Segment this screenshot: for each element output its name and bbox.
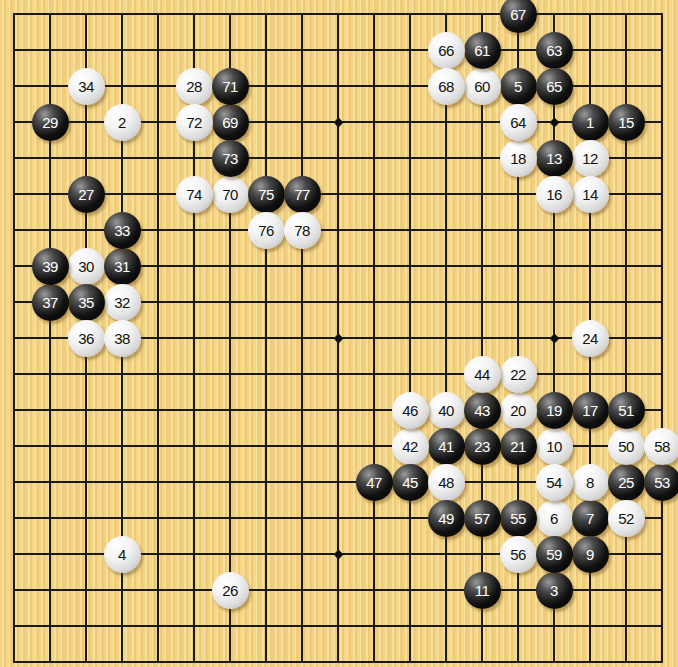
stone-black-29[interactable]: 29 [32, 104, 69, 141]
stone-black-59[interactable]: 59 [536, 536, 573, 573]
stone-black-51[interactable]: 51 [608, 392, 645, 429]
move-number: 48 [438, 475, 454, 490]
move-number: 44 [474, 367, 490, 382]
stone-white-8[interactable]: 8 [572, 464, 609, 501]
move-number: 6 [550, 511, 558, 526]
move-number: 8 [586, 475, 594, 490]
move-number: 5 [514, 79, 522, 94]
move-number: 73 [222, 151, 238, 166]
move-number: 45 [402, 475, 418, 490]
stone-black-57[interactable]: 57 [464, 500, 501, 537]
stone-white-30[interactable]: 30 [68, 248, 105, 285]
move-number: 10 [546, 439, 562, 454]
move-number: 24 [582, 331, 598, 346]
move-number: 1 [586, 115, 594, 130]
stone-white-64[interactable]: 64 [500, 104, 537, 141]
move-number: 67 [510, 7, 526, 22]
stone-black-33[interactable]: 33 [104, 212, 141, 249]
move-number: 33 [114, 223, 130, 238]
stone-black-63[interactable]: 63 [536, 32, 573, 69]
move-number: 54 [546, 475, 562, 490]
stone-black-19[interactable]: 19 [536, 392, 573, 429]
stone-white-58[interactable]: 58 [644, 428, 678, 465]
stone-black-15[interactable]: 15 [608, 104, 645, 141]
stone-white-34[interactable]: 34 [68, 68, 105, 105]
go-board[interactable]: 1234567891011121314151617181920212223242… [0, 0, 678, 667]
star-point-icon [333, 117, 343, 127]
stone-white-4[interactable]: 4 [104, 536, 141, 573]
move-number: 51 [618, 403, 634, 418]
stone-white-52[interactable]: 52 [608, 500, 645, 537]
move-number: 7 [586, 511, 594, 526]
move-number: 35 [78, 295, 94, 310]
stone-black-45[interactable]: 45 [392, 464, 429, 501]
stone-white-50[interactable]: 50 [608, 428, 645, 465]
stone-black-49[interactable]: 49 [428, 500, 465, 537]
stone-black-37[interactable]: 37 [32, 284, 69, 321]
move-number: 57 [474, 511, 490, 526]
stone-black-27[interactable]: 27 [68, 176, 105, 213]
stone-black-11[interactable]: 11 [464, 572, 501, 609]
stone-white-48[interactable]: 48 [428, 464, 465, 501]
grid-line-vertical [481, 13, 483, 663]
stone-white-6[interactable]: 6 [536, 500, 573, 537]
move-number: 3 [550, 583, 558, 598]
move-number: 37 [42, 295, 58, 310]
move-number: 42 [402, 439, 418, 454]
move-number: 53 [654, 475, 670, 490]
grid-line-vertical [373, 13, 375, 663]
stone-white-76[interactable]: 76 [248, 212, 285, 249]
move-number: 46 [402, 403, 418, 418]
stone-black-39[interactable]: 39 [32, 248, 69, 285]
stone-black-31[interactable]: 31 [104, 248, 141, 285]
move-number: 22 [510, 367, 526, 382]
stone-white-20[interactable]: 20 [500, 392, 537, 429]
move-number: 20 [510, 403, 526, 418]
move-number: 23 [474, 439, 490, 454]
stone-white-46[interactable]: 46 [392, 392, 429, 429]
move-number: 26 [222, 583, 238, 598]
move-number: 61 [474, 43, 490, 58]
stone-white-22[interactable]: 22 [500, 356, 537, 393]
stone-white-28[interactable]: 28 [176, 68, 213, 105]
stone-black-47[interactable]: 47 [356, 464, 393, 501]
move-number: 65 [546, 79, 562, 94]
stone-black-69[interactable]: 69 [212, 104, 249, 141]
move-number: 64 [510, 115, 526, 130]
stone-white-12[interactable]: 12 [572, 140, 609, 177]
move-number: 49 [438, 511, 454, 526]
move-number: 34 [78, 79, 94, 94]
stone-white-74[interactable]: 74 [176, 176, 213, 213]
stone-white-36[interactable]: 36 [68, 320, 105, 357]
stone-white-66[interactable]: 66 [428, 32, 465, 69]
stone-white-2[interactable]: 2 [104, 104, 141, 141]
stone-black-53[interactable]: 53 [644, 464, 678, 501]
move-number: 2 [118, 115, 126, 130]
stone-black-3[interactable]: 3 [536, 572, 573, 609]
stone-black-65[interactable]: 65 [536, 68, 573, 105]
star-point-icon [333, 333, 343, 343]
move-number: 59 [546, 547, 562, 562]
stone-black-23[interactable]: 23 [464, 428, 501, 465]
move-number: 55 [510, 511, 526, 526]
move-number: 28 [186, 79, 202, 94]
move-number: 15 [618, 115, 634, 130]
stone-black-5[interactable]: 5 [500, 68, 537, 105]
move-number: 68 [438, 79, 454, 94]
stone-white-10[interactable]: 10 [536, 428, 573, 465]
stone-black-67[interactable]: 67 [500, 0, 537, 33]
move-number: 60 [474, 79, 490, 94]
stone-black-13[interactable]: 13 [536, 140, 573, 177]
stone-white-18[interactable]: 18 [500, 140, 537, 177]
star-point-icon [333, 549, 343, 559]
move-number: 63 [546, 43, 562, 58]
move-number: 75 [258, 187, 274, 202]
move-number: 76 [258, 223, 274, 238]
move-number: 21 [510, 439, 526, 454]
move-number: 69 [222, 115, 238, 130]
move-number: 32 [114, 295, 130, 310]
move-number: 30 [78, 259, 94, 274]
stone-white-38[interactable]: 38 [104, 320, 141, 357]
stone-black-25[interactable]: 25 [608, 464, 645, 501]
stone-white-40[interactable]: 40 [428, 392, 465, 429]
move-number: 27 [78, 187, 94, 202]
move-number: 52 [618, 511, 634, 526]
stone-black-75[interactable]: 75 [248, 176, 285, 213]
stone-black-43[interactable]: 43 [464, 392, 501, 429]
move-number: 58 [654, 439, 670, 454]
stone-black-35[interactable]: 35 [68, 284, 105, 321]
move-number: 4 [118, 547, 126, 562]
stone-white-32[interactable]: 32 [104, 284, 141, 321]
move-number: 43 [474, 403, 490, 418]
stone-white-14[interactable]: 14 [572, 176, 609, 213]
stone-black-77[interactable]: 77 [284, 176, 321, 213]
move-number: 31 [114, 259, 130, 274]
move-number: 29 [42, 115, 58, 130]
stone-black-9[interactable]: 9 [572, 536, 609, 573]
move-number: 19 [546, 403, 562, 418]
stone-white-16[interactable]: 16 [536, 176, 573, 213]
move-number: 25 [618, 475, 634, 490]
move-number: 16 [546, 187, 562, 202]
move-number: 40 [438, 403, 454, 418]
stone-white-42[interactable]: 42 [392, 428, 429, 465]
stone-black-17[interactable]: 17 [572, 392, 609, 429]
stone-white-70[interactable]: 70 [212, 176, 249, 213]
stone-black-1[interactable]: 1 [572, 104, 609, 141]
grid-line-horizontal [13, 625, 663, 627]
stone-black-21[interactable]: 21 [500, 428, 537, 465]
move-number: 14 [582, 187, 598, 202]
grid-line-vertical [661, 13, 663, 663]
stone-white-56[interactable]: 56 [500, 536, 537, 573]
move-number: 9 [586, 547, 594, 562]
move-number: 12 [582, 151, 598, 166]
stone-white-24[interactable]: 24 [572, 320, 609, 357]
grid-line-vertical [445, 13, 447, 663]
stone-white-78[interactable]: 78 [284, 212, 321, 249]
grid-line-horizontal [13, 661, 663, 663]
move-number: 71 [222, 79, 238, 94]
stone-white-54[interactable]: 54 [536, 464, 573, 501]
move-number: 77 [294, 187, 310, 202]
move-number: 36 [78, 331, 94, 346]
move-number: 66 [438, 43, 454, 58]
move-number: 11 [475, 583, 490, 598]
move-number: 70 [222, 187, 238, 202]
stone-black-61[interactable]: 61 [464, 32, 501, 69]
stone-white-72[interactable]: 72 [176, 104, 213, 141]
stone-black-41[interactable]: 41 [428, 428, 465, 465]
stone-white-68[interactable]: 68 [428, 68, 465, 105]
stone-white-60[interactable]: 60 [464, 68, 501, 105]
stone-black-71[interactable]: 71 [212, 68, 249, 105]
move-number: 72 [186, 115, 202, 130]
stone-white-26[interactable]: 26 [212, 572, 249, 609]
move-number: 47 [366, 475, 382, 490]
move-number: 18 [510, 151, 526, 166]
move-number: 78 [294, 223, 310, 238]
stone-black-7[interactable]: 7 [572, 500, 609, 537]
move-number: 41 [438, 439, 454, 454]
stone-black-73[interactable]: 73 [212, 140, 249, 177]
move-number: 38 [114, 331, 130, 346]
move-number: 74 [186, 187, 202, 202]
move-number: 17 [582, 403, 598, 418]
move-number: 50 [618, 439, 634, 454]
star-point-icon [549, 333, 559, 343]
grid-line-vertical [409, 13, 411, 663]
grid-line-horizontal [13, 373, 663, 375]
star-point-icon [549, 117, 559, 127]
move-number: 56 [510, 547, 526, 562]
stone-white-44[interactable]: 44 [464, 356, 501, 393]
stone-black-55[interactable]: 55 [500, 500, 537, 537]
move-number: 39 [42, 259, 58, 274]
move-number: 13 [546, 151, 562, 166]
